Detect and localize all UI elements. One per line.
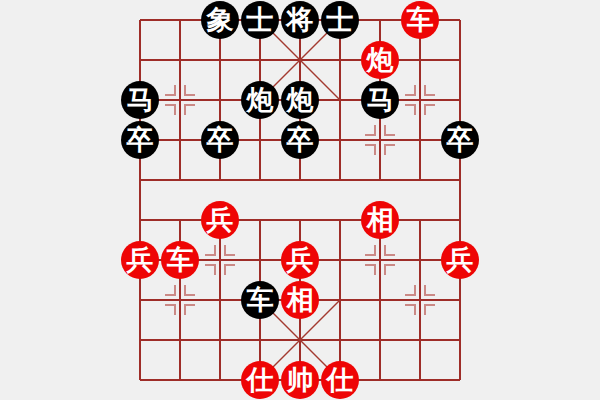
piece-black-马[interactable]: 马 bbox=[361, 81, 399, 119]
piece-black-炮[interactable]: 炮 bbox=[281, 81, 319, 119]
piece-red-相[interactable]: 相 bbox=[361, 201, 399, 239]
board-grid bbox=[0, 0, 600, 400]
piece-red-相[interactable]: 相 bbox=[281, 281, 319, 319]
piece-black-士[interactable]: 士 bbox=[321, 1, 359, 39]
piece-red-车[interactable]: 车 bbox=[401, 1, 439, 39]
piece-red-车[interactable]: 车 bbox=[161, 241, 199, 279]
piece-red-仕[interactable]: 仕 bbox=[241, 361, 279, 399]
piece-black-卒[interactable]: 卒 bbox=[441, 121, 479, 159]
piece-black-将[interactable]: 将 bbox=[281, 1, 319, 39]
piece-black-士[interactable]: 士 bbox=[241, 1, 279, 39]
piece-black-马[interactable]: 马 bbox=[121, 81, 159, 119]
piece-red-兵[interactable]: 兵 bbox=[281, 241, 319, 279]
piece-black-象[interactable]: 象 bbox=[201, 1, 239, 39]
piece-red-兵[interactable]: 兵 bbox=[201, 201, 239, 239]
xiangqi-board[interactable]: 象士将士车炮马炮炮马卒卒卒卒兵相兵车兵兵车相仕帅仕 bbox=[0, 0, 600, 400]
piece-red-兵[interactable]: 兵 bbox=[121, 241, 159, 279]
piece-red-仕[interactable]: 仕 bbox=[321, 361, 359, 399]
piece-black-卒[interactable]: 卒 bbox=[281, 121, 319, 159]
piece-black-卒[interactable]: 卒 bbox=[121, 121, 159, 159]
piece-red-炮[interactable]: 炮 bbox=[361, 41, 399, 79]
piece-red-帅[interactable]: 帅 bbox=[281, 361, 319, 399]
piece-black-卒[interactable]: 卒 bbox=[201, 121, 239, 159]
piece-red-兵[interactable]: 兵 bbox=[441, 241, 479, 279]
piece-black-炮[interactable]: 炮 bbox=[241, 81, 279, 119]
piece-black-车[interactable]: 车 bbox=[241, 281, 279, 319]
